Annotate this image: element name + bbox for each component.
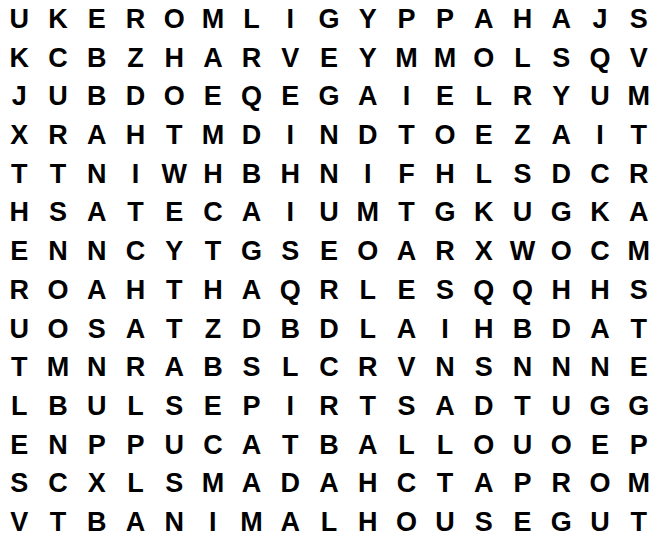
grid-cell-r9c14[interactable]: B bbox=[503, 310, 542, 349]
grid-cell-r2c14[interactable]: L bbox=[503, 39, 542, 78]
grid-cell-r4c7[interactable]: D bbox=[232, 116, 271, 155]
grid-cell-r13c17[interactable]: M bbox=[619, 465, 658, 504]
grid-cell-r9c11[interactable]: A bbox=[387, 310, 426, 349]
grid-cell-r3c4[interactable]: D bbox=[116, 77, 155, 116]
grid-cell-r9c2[interactable]: O bbox=[39, 310, 78, 349]
grid-cell-r12c7[interactable]: A bbox=[232, 426, 271, 465]
grid-cell-r6c17[interactable]: A bbox=[619, 194, 658, 233]
grid-cell-r7c1[interactable]: E bbox=[0, 232, 39, 271]
grid-cell-r3c16[interactable]: U bbox=[581, 77, 620, 116]
grid-cell-r2c4[interactable]: Z bbox=[116, 39, 155, 78]
grid-cell-r8c13[interactable]: Q bbox=[464, 271, 503, 310]
grid-cell-r8c3[interactable]: A bbox=[77, 271, 116, 310]
grid-cell-r2c8[interactable]: V bbox=[271, 39, 310, 78]
grid-cell-r12c6[interactable]: C bbox=[194, 426, 233, 465]
grid-cell-r4c11[interactable]: T bbox=[387, 116, 426, 155]
grid-cell-r12c15[interactable]: O bbox=[542, 426, 581, 465]
grid-cell-r2c5[interactable]: H bbox=[155, 39, 194, 78]
grid-cell-r11c15[interactable]: U bbox=[542, 387, 581, 426]
grid-cell-r14c11[interactable]: O bbox=[387, 503, 426, 542]
grid-cell-r1c4[interactable]: R bbox=[116, 0, 155, 39]
grid-cell-r4c9[interactable]: N bbox=[310, 116, 349, 155]
grid-cell-r6c16[interactable]: K bbox=[581, 194, 620, 233]
grid-cell-r10c1[interactable]: T bbox=[0, 348, 39, 387]
grid-cell-r12c11[interactable]: L bbox=[387, 426, 426, 465]
grid-cell-r7c16[interactable]: C bbox=[581, 232, 620, 271]
grid-cell-r7c13[interactable]: X bbox=[464, 232, 503, 271]
grid-cell-r1c13[interactable]: A bbox=[464, 0, 503, 39]
grid-cell-r3c2[interactable]: U bbox=[39, 77, 78, 116]
grid-cell-r7c6[interactable]: T bbox=[194, 232, 233, 271]
grid-cell-r12c2[interactable]: N bbox=[39, 426, 78, 465]
grid-cell-r8c6[interactable]: H bbox=[194, 271, 233, 310]
grid-cell-r14c7[interactable]: M bbox=[232, 503, 271, 542]
grid-cell-r2c9[interactable]: E bbox=[310, 39, 349, 78]
grid-cell-r2c6[interactable]: A bbox=[194, 39, 233, 78]
grid-cell-r13c13[interactable]: A bbox=[464, 465, 503, 504]
grid-cell-r3c3[interactable]: B bbox=[77, 77, 116, 116]
grid-cell-r3c10[interactable]: A bbox=[348, 77, 387, 116]
grid-cell-r2c11[interactable]: M bbox=[387, 39, 426, 78]
grid-cell-r4c13[interactable]: E bbox=[464, 116, 503, 155]
grid-cell-r5c17[interactable]: R bbox=[619, 155, 658, 194]
grid-cell-r8c1[interactable]: R bbox=[0, 271, 39, 310]
grid-cell-r2c17[interactable]: V bbox=[619, 39, 658, 78]
grid-cell-r6c6[interactable]: C bbox=[194, 194, 233, 233]
grid-cell-r2c10[interactable]: Y bbox=[348, 39, 387, 78]
grid-cell-r1c12[interactable]: P bbox=[426, 0, 465, 39]
grid-cell-r6c5[interactable]: E bbox=[155, 194, 194, 233]
grid-cell-r9c4[interactable]: A bbox=[116, 310, 155, 349]
grid-cell-r7c10[interactable]: O bbox=[348, 232, 387, 271]
grid-cell-r9c10[interactable]: L bbox=[348, 310, 387, 349]
grid-cell-r9c8[interactable]: B bbox=[271, 310, 310, 349]
grid-cell-r3c17[interactable]: M bbox=[619, 77, 658, 116]
grid-cell-r1c5[interactable]: O bbox=[155, 0, 194, 39]
grid-cell-r2c16[interactable]: Q bbox=[581, 39, 620, 78]
grid-cell-r4c6[interactable]: M bbox=[194, 116, 233, 155]
grid-cell-r12c12[interactable]: L bbox=[426, 426, 465, 465]
grid-cell-r6c2[interactable]: S bbox=[39, 194, 78, 233]
grid-cell-r4c3[interactable]: A bbox=[77, 116, 116, 155]
grid-cell-r5c1[interactable]: T bbox=[0, 155, 39, 194]
grid-cell-r2c7[interactable]: R bbox=[232, 39, 271, 78]
grid-cell-r1c17[interactable]: S bbox=[619, 0, 658, 39]
grid-cell-r10c6[interactable]: B bbox=[194, 348, 233, 387]
grid-cell-r11c16[interactable]: G bbox=[581, 387, 620, 426]
grid-cell-r6c3[interactable]: A bbox=[77, 194, 116, 233]
grid-cell-r7c14[interactable]: W bbox=[503, 232, 542, 271]
grid-cell-r8c5[interactable]: T bbox=[155, 271, 194, 310]
grid-cell-r11c6[interactable]: E bbox=[194, 387, 233, 426]
grid-cell-r1c10[interactable]: Y bbox=[348, 0, 387, 39]
grid-cell-r12c17[interactable]: P bbox=[619, 426, 658, 465]
grid-cell-r9c15[interactable]: D bbox=[542, 310, 581, 349]
grid-cell-r10c14[interactable]: N bbox=[503, 348, 542, 387]
grid-cell-r5c4[interactable]: I bbox=[116, 155, 155, 194]
grid-cell-r11c10[interactable]: T bbox=[348, 387, 387, 426]
grid-cell-r12c8[interactable]: T bbox=[271, 426, 310, 465]
grid-cell-r12c16[interactable]: E bbox=[581, 426, 620, 465]
grid-cell-r8c9[interactable]: R bbox=[310, 271, 349, 310]
grid-cell-r3c9[interactable]: G bbox=[310, 77, 349, 116]
grid-cell-r9c17[interactable]: T bbox=[619, 310, 658, 349]
grid-cell-r3c7[interactable]: Q bbox=[232, 77, 271, 116]
grid-cell-r14c16[interactable]: U bbox=[581, 503, 620, 542]
grid-cell-r11c14[interactable]: T bbox=[503, 387, 542, 426]
grid-cell-r7c2[interactable]: N bbox=[39, 232, 78, 271]
grid-cell-r4c14[interactable]: Z bbox=[503, 116, 542, 155]
grid-cell-r13c12[interactable]: T bbox=[426, 465, 465, 504]
grid-cell-r5c16[interactable]: C bbox=[581, 155, 620, 194]
grid-cell-r13c6[interactable]: M bbox=[194, 465, 233, 504]
grid-cell-r10c17[interactable]: E bbox=[619, 348, 658, 387]
grid-cell-r11c3[interactable]: U bbox=[77, 387, 116, 426]
grid-cell-r10c3[interactable]: N bbox=[77, 348, 116, 387]
grid-cell-r13c16[interactable]: O bbox=[581, 465, 620, 504]
grid-cell-r9c5[interactable]: T bbox=[155, 310, 194, 349]
grid-cell-r6c15[interactable]: G bbox=[542, 194, 581, 233]
grid-cell-r11c11[interactable]: S bbox=[387, 387, 426, 426]
grid-cell-r8c15[interactable]: H bbox=[542, 271, 581, 310]
grid-cell-r6c11[interactable]: T bbox=[387, 194, 426, 233]
grid-cell-r11c8[interactable]: I bbox=[271, 387, 310, 426]
grid-cell-r4c8[interactable]: I bbox=[271, 116, 310, 155]
grid-cell-r14c6[interactable]: I bbox=[194, 503, 233, 542]
grid-cell-r9c13[interactable]: H bbox=[464, 310, 503, 349]
grid-cell-r7c5[interactable]: Y bbox=[155, 232, 194, 271]
grid-cell-r12c4[interactable]: P bbox=[116, 426, 155, 465]
grid-cell-r4c1[interactable]: X bbox=[0, 116, 39, 155]
grid-cell-r5c6[interactable]: H bbox=[194, 155, 233, 194]
grid-cell-r14c2[interactable]: T bbox=[39, 503, 78, 542]
grid-cell-r8c11[interactable]: E bbox=[387, 271, 426, 310]
grid-cell-r3c5[interactable]: O bbox=[155, 77, 194, 116]
grid-cell-r14c3[interactable]: B bbox=[77, 503, 116, 542]
grid-cell-r7c3[interactable]: N bbox=[77, 232, 116, 271]
grid-cell-r7c11[interactable]: A bbox=[387, 232, 426, 271]
grid-cell-r10c2[interactable]: M bbox=[39, 348, 78, 387]
grid-cell-r13c11[interactable]: C bbox=[387, 465, 426, 504]
grid-cell-r3c1[interactable]: J bbox=[0, 77, 39, 116]
grid-cell-r6c14[interactable]: U bbox=[503, 194, 542, 233]
grid-cell-r3c15[interactable]: Y bbox=[542, 77, 581, 116]
grid-cell-r5c11[interactable]: F bbox=[387, 155, 426, 194]
grid-cell-r4c15[interactable]: A bbox=[542, 116, 581, 155]
grid-cell-r5c7[interactable]: B bbox=[232, 155, 271, 194]
grid-cell-r14c10[interactable]: H bbox=[348, 503, 387, 542]
grid-cell-r13c3[interactable]: X bbox=[77, 465, 116, 504]
grid-cell-r14c4[interactable]: A bbox=[116, 503, 155, 542]
grid-cell-r1c15[interactable]: A bbox=[542, 0, 581, 39]
grid-cell-r14c1[interactable]: V bbox=[0, 503, 39, 542]
grid-cell-r2c2[interactable]: C bbox=[39, 39, 78, 78]
grid-cell-r10c8[interactable]: L bbox=[271, 348, 310, 387]
grid-cell-r3c12[interactable]: E bbox=[426, 77, 465, 116]
grid-cell-r13c2[interactable]: C bbox=[39, 465, 78, 504]
grid-cell-r11c13[interactable]: D bbox=[464, 387, 503, 426]
grid-cell-r1c16[interactable]: J bbox=[581, 0, 620, 39]
grid-cell-r5c8[interactable]: H bbox=[271, 155, 310, 194]
grid-cell-r13c10[interactable]: H bbox=[348, 465, 387, 504]
grid-cell-r5c13[interactable]: L bbox=[464, 155, 503, 194]
grid-cell-r5c15[interactable]: D bbox=[542, 155, 581, 194]
grid-cell-r6c1[interactable]: H bbox=[0, 194, 39, 233]
grid-cell-r13c5[interactable]: S bbox=[155, 465, 194, 504]
grid-cell-r13c4[interactable]: L bbox=[116, 465, 155, 504]
grid-cell-r8c8[interactable]: Q bbox=[271, 271, 310, 310]
grid-cell-r9c9[interactable]: D bbox=[310, 310, 349, 349]
grid-cell-r11c17[interactable]: G bbox=[619, 387, 658, 426]
grid-cell-r12c3[interactable]: P bbox=[77, 426, 116, 465]
grid-cell-r9c1[interactable]: U bbox=[0, 310, 39, 349]
grid-cell-r10c15[interactable]: N bbox=[542, 348, 581, 387]
grid-cell-r9c16[interactable]: A bbox=[581, 310, 620, 349]
grid-cell-r4c5[interactable]: T bbox=[155, 116, 194, 155]
grid-cell-r10c5[interactable]: A bbox=[155, 348, 194, 387]
grid-cell-r5c14[interactable]: S bbox=[503, 155, 542, 194]
grid-cell-r5c10[interactable]: I bbox=[348, 155, 387, 194]
grid-cell-r14c13[interactable]: S bbox=[464, 503, 503, 542]
grid-cell-r3c13[interactable]: L bbox=[464, 77, 503, 116]
grid-cell-r10c16[interactable]: N bbox=[581, 348, 620, 387]
grid-cell-r6c7[interactable]: A bbox=[232, 194, 271, 233]
grid-cell-r6c8[interactable]: I bbox=[271, 194, 310, 233]
grid-cell-r5c3[interactable]: N bbox=[77, 155, 116, 194]
grid-cell-r14c8[interactable]: A bbox=[271, 503, 310, 542]
grid-cell-r3c6[interactable]: E bbox=[194, 77, 233, 116]
grid-cell-r11c12[interactable]: A bbox=[426, 387, 465, 426]
grid-cell-r11c1[interactable]: L bbox=[0, 387, 39, 426]
grid-cell-r12c9[interactable]: B bbox=[310, 426, 349, 465]
grid-cell-r10c9[interactable]: C bbox=[310, 348, 349, 387]
grid-cell-r11c5[interactable]: S bbox=[155, 387, 194, 426]
grid-cell-r13c14[interactable]: P bbox=[503, 465, 542, 504]
grid-cell-r1c1[interactable]: U bbox=[0, 0, 39, 39]
grid-cell-r6c4[interactable]: T bbox=[116, 194, 155, 233]
grid-cell-r7c8[interactable]: S bbox=[271, 232, 310, 271]
grid-cell-r10c10[interactable]: R bbox=[348, 348, 387, 387]
grid-cell-r2c3[interactable]: B bbox=[77, 39, 116, 78]
grid-cell-r1c11[interactable]: P bbox=[387, 0, 426, 39]
grid-cell-r12c14[interactable]: U bbox=[503, 426, 542, 465]
grid-cell-r10c13[interactable]: S bbox=[464, 348, 503, 387]
grid-cell-r14c5[interactable]: N bbox=[155, 503, 194, 542]
grid-cell-r14c14[interactable]: E bbox=[503, 503, 542, 542]
grid-cell-r1c7[interactable]: L bbox=[232, 0, 271, 39]
grid-cell-r13c1[interactable]: S bbox=[0, 465, 39, 504]
grid-cell-r13c7[interactable]: A bbox=[232, 465, 271, 504]
grid-cell-r7c12[interactable]: R bbox=[426, 232, 465, 271]
grid-cell-r10c4[interactable]: R bbox=[116, 348, 155, 387]
grid-cell-r13c15[interactable]: R bbox=[542, 465, 581, 504]
grid-cell-r9c3[interactable]: S bbox=[77, 310, 116, 349]
grid-cell-r2c15[interactable]: S bbox=[542, 39, 581, 78]
grid-cell-r9c6[interactable]: Z bbox=[194, 310, 233, 349]
grid-cell-r1c6[interactable]: M bbox=[194, 0, 233, 39]
grid-cell-r13c9[interactable]: A bbox=[310, 465, 349, 504]
grid-cell-r8c14[interactable]: Q bbox=[503, 271, 542, 310]
grid-cell-r4c16[interactable]: I bbox=[581, 116, 620, 155]
grid-cell-r5c12[interactable]: H bbox=[426, 155, 465, 194]
grid-cell-r12c1[interactable]: E bbox=[0, 426, 39, 465]
grid-cell-r6c13[interactable]: K bbox=[464, 194, 503, 233]
grid-cell-r1c8[interactable]: I bbox=[271, 0, 310, 39]
grid-cell-r3c11[interactable]: I bbox=[387, 77, 426, 116]
grid-cell-r1c3[interactable]: E bbox=[77, 0, 116, 39]
grid-cell-r12c13[interactable]: O bbox=[464, 426, 503, 465]
grid-cell-r11c4[interactable]: L bbox=[116, 387, 155, 426]
grid-cell-r1c2[interactable]: K bbox=[39, 0, 78, 39]
grid-cell-r7c7[interactable]: G bbox=[232, 232, 271, 271]
grid-cell-r5c9[interactable]: N bbox=[310, 155, 349, 194]
grid-cell-r8c16[interactable]: H bbox=[581, 271, 620, 310]
grid-cell-r12c10[interactable]: A bbox=[348, 426, 387, 465]
grid-cell-r8c17[interactable]: S bbox=[619, 271, 658, 310]
grid-cell-r3c8[interactable]: E bbox=[271, 77, 310, 116]
grid-cell-r9c7[interactable]: D bbox=[232, 310, 271, 349]
grid-cell-r14c12[interactable]: U bbox=[426, 503, 465, 542]
grid-cell-r8c10[interactable]: L bbox=[348, 271, 387, 310]
grid-cell-r1c9[interactable]: G bbox=[310, 0, 349, 39]
grid-cell-r7c17[interactable]: M bbox=[619, 232, 658, 271]
grid-cell-r8c7[interactable]: A bbox=[232, 271, 271, 310]
grid-cell-r7c9[interactable]: E bbox=[310, 232, 349, 271]
grid-cell-r1c14[interactable]: H bbox=[503, 0, 542, 39]
grid-cell-r7c15[interactable]: O bbox=[542, 232, 581, 271]
grid-cell-r4c4[interactable]: H bbox=[116, 116, 155, 155]
grid-cell-r13c8[interactable]: D bbox=[271, 465, 310, 504]
grid-cell-r14c17[interactable]: T bbox=[619, 503, 658, 542]
grid-cell-r6c10[interactable]: M bbox=[348, 194, 387, 233]
grid-cell-r10c7[interactable]: S bbox=[232, 348, 271, 387]
grid-cell-r4c12[interactable]: O bbox=[426, 116, 465, 155]
grid-cell-r6c12[interactable]: G bbox=[426, 194, 465, 233]
grid-cell-r12c5[interactable]: U bbox=[155, 426, 194, 465]
grid-cell-r4c2[interactable]: R bbox=[39, 116, 78, 155]
word-search-grid: UKEROMLIGYPPAHAJSKCBZHARVEYMMOLSQVJUBDOE… bbox=[0, 0, 658, 542]
grid-cell-r8c4[interactable]: H bbox=[116, 271, 155, 310]
grid-cell-r5c2[interactable]: T bbox=[39, 155, 78, 194]
grid-cell-r3c14[interactable]: R bbox=[503, 77, 542, 116]
grid-cell-r2c1[interactable]: K bbox=[0, 39, 39, 78]
grid-cell-r4c17[interactable]: T bbox=[619, 116, 658, 155]
grid-cell-r5c5[interactable]: W bbox=[155, 155, 194, 194]
grid-cell-r2c12[interactable]: M bbox=[426, 39, 465, 78]
grid-cell-r6c9[interactable]: U bbox=[310, 194, 349, 233]
grid-cell-r7c4[interactable]: C bbox=[116, 232, 155, 271]
grid-cell-r10c11[interactable]: V bbox=[387, 348, 426, 387]
grid-cell-r11c9[interactable]: R bbox=[310, 387, 349, 426]
grid-cell-r4c10[interactable]: D bbox=[348, 116, 387, 155]
grid-cell-r11c7[interactable]: P bbox=[232, 387, 271, 426]
grid-cell-r10c12[interactable]: N bbox=[426, 348, 465, 387]
grid-cell-r11c2[interactable]: B bbox=[39, 387, 78, 426]
grid-cell-r2c13[interactable]: O bbox=[464, 39, 503, 78]
grid-cell-r8c2[interactable]: O bbox=[39, 271, 78, 310]
grid-cell-r8c12[interactable]: S bbox=[426, 271, 465, 310]
grid-cell-r9c12[interactable]: I bbox=[426, 310, 465, 349]
grid-cell-r14c9[interactable]: L bbox=[310, 503, 349, 542]
grid-cell-r14c15[interactable]: G bbox=[542, 503, 581, 542]
